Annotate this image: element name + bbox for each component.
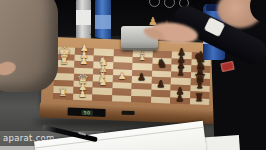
water-bottle-clear [76, 0, 91, 40]
square-a5 [131, 95, 151, 102]
broadcast-photo-frame: IS 50 ♜♝♛♜♞♚♟♟♝♟♟♟♟♞♟♝♟♞♝♟♞♟♟♛♟♟♟♜♜♚ ♟ ♟… [0, 0, 266, 150]
square-a7 [170, 97, 190, 104]
left-player-sweater-arm [0, 0, 58, 92]
square-a6 [150, 96, 170, 103]
square-a8 [189, 98, 209, 105]
dgt-connector-slot [122, 111, 135, 115]
dgt-board-display: 50 [81, 110, 92, 115]
square-a2 [73, 93, 93, 100]
board-squares [53, 47, 211, 105]
square-a3 [92, 94, 112, 101]
square-a1 [53, 92, 73, 99]
square-a4 [112, 95, 132, 102]
dgt-board-module: 50 [67, 108, 105, 117]
